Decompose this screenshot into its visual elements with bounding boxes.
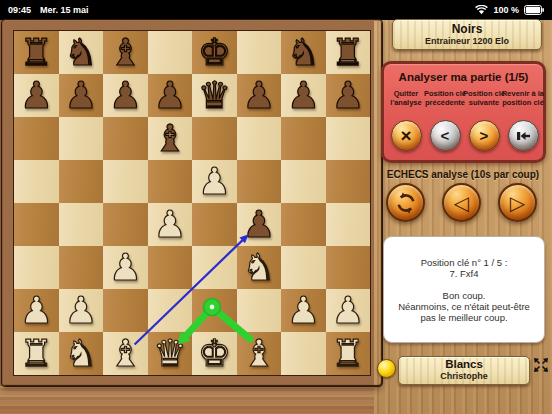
chevron-left-icon: < [441,128,450,143]
square-d6[interactable]: ♝ [148,117,193,160]
square-g1[interactable] [281,332,326,375]
square-c1[interactable]: ♝ [103,332,148,375]
square-b5[interactable] [59,160,104,203]
square-f1[interactable]: ♝ [237,332,282,375]
square-e6[interactable] [192,117,237,160]
quit-analysis-label: Quitter l'analyse [384,90,428,117]
square-b3[interactable] [59,246,104,289]
white-player-plaque: Blancs Christophe [398,356,530,385]
square-c7[interactable]: ♟ [103,74,148,117]
square-a1[interactable]: ♜ [14,332,59,375]
square-h2[interactable]: ♟ [326,289,371,332]
square-f6[interactable] [237,117,282,160]
square-e4[interactable] [192,203,237,246]
piece-black-pawn[interactable]: ♟ [59,74,104,117]
square-h1[interactable]: ♜ [326,332,371,375]
piece-black-pawn[interactable]: ♟ [237,203,282,246]
return-to-key-position-button[interactable] [508,120,539,151]
square-h6[interactable] [326,117,371,160]
close-icon: × [400,128,411,143]
piece-black-pawn[interactable]: ♟ [103,74,148,117]
previous-key-position-label: Position clé précédente [423,90,467,117]
message-line: 7. Fxf4 [390,268,538,279]
square-a6[interactable] [14,117,59,160]
square-e8[interactable]: ♚ [192,31,237,74]
piece-black-pawn[interactable]: ♟ [326,74,371,117]
next-key-position-label: Position clé suivante [462,90,506,117]
piece-black-knight[interactable]: ♞ [59,31,104,74]
square-b1[interactable]: ♞ [59,332,104,375]
square-h7[interactable]: ♟ [326,74,371,117]
piece-white-bishop[interactable]: ♝ [237,332,282,375]
piece-white-pawn[interactable]: ♟ [103,246,148,289]
square-g7[interactable]: ♟ [281,74,326,117]
return-to-position-icon [516,130,531,142]
bottom-plank-background [0,386,374,414]
black-player-plaque: Noirs Entraineur 1200 Elo [392,19,542,50]
reanalyze-button[interactable] [386,183,425,222]
analysis-panel: Analyser ma partie (1/5) Quitter l'analy… [381,61,546,163]
square-e5[interactable]: ♟ [192,160,237,203]
square-d1[interactable]: ♛ [148,332,193,375]
square-b4[interactable] [59,203,104,246]
square-f5[interactable] [237,160,282,203]
battery-percent: 100 % [493,5,519,15]
piece-black-pawn[interactable]: ♟ [237,74,282,117]
piece-white-pawn[interactable]: ♟ [148,203,193,246]
message-line: pas le meilleur coup. [390,312,538,323]
piece-black-rook[interactable]: ♜ [14,31,59,74]
piece-black-pawn[interactable]: ♟ [148,74,193,117]
square-b8[interactable]: ♞ [59,31,104,74]
square-d5[interactable] [148,160,193,203]
square-c4[interactable] [103,203,148,246]
piece-white-knight[interactable]: ♞ [237,246,282,289]
square-c6[interactable] [103,117,148,160]
square-f3[interactable]: ♞ [237,246,282,289]
triangle-right-icon: ▷ [510,191,525,215]
piece-white-queen[interactable]: ♛ [148,332,193,375]
piece-white-pawn[interactable]: ♟ [192,160,237,203]
board[interactable]: ♜♞♝♚♞♜♟♟♟♟♛♟♟♟♝♟♟♟♟♞♟♟♟♟♜♞♝♛♚♝♜ [14,31,370,375]
piece-white-pawn[interactable]: ♟ [281,289,326,332]
square-g8[interactable]: ♞ [281,31,326,74]
next-key-position-button[interactable]: > [469,120,500,151]
square-b2[interactable]: ♟ [59,289,104,332]
refresh-icon [394,191,418,215]
piece-black-knight[interactable]: ♞ [281,31,326,74]
square-a5[interactable] [14,160,59,203]
square-f2[interactable] [237,289,282,332]
piece-black-pawn[interactable]: ♟ [14,74,59,117]
piece-black-bishop[interactable]: ♝ [103,31,148,74]
square-d8[interactable] [148,31,193,74]
square-h4[interactable] [326,203,371,246]
piece-white-pawn[interactable]: ♟ [14,289,59,332]
square-g2[interactable]: ♟ [281,289,326,332]
square-d7[interactable]: ♟ [148,74,193,117]
piece-white-pawn[interactable]: ♟ [59,289,104,332]
fullscreen-expand-icon[interactable] [533,357,549,373]
piece-white-bishop[interactable]: ♝ [103,332,148,375]
square-f4[interactable]: ♟ [237,203,282,246]
step-back-button[interactable]: ◁ [442,183,481,222]
message-line: Néanmoins, ce n'était peut-être [390,301,538,312]
square-e7[interactable]: ♛ [192,74,237,117]
message-line [390,279,538,290]
triangle-left-icon: ◁ [454,191,469,215]
clock-time: 09:45 [8,5,31,15]
square-h8[interactable]: ♜ [326,31,371,74]
square-g4[interactable] [281,203,326,246]
status-bar: 09:45 Mer. 15 mai 100 % [0,0,552,20]
square-e1[interactable]: ♚ [192,332,237,375]
square-c8[interactable]: ♝ [103,31,148,74]
chevron-right-icon: > [480,128,489,143]
date-label: Mer. 15 mai [40,5,89,15]
square-f8[interactable] [237,31,282,74]
square-a7[interactable]: ♟ [14,74,59,117]
return-to-key-position-label: Revenir à la position clé [501,90,545,117]
wifi-icon [475,5,488,15]
square-d4[interactable]: ♟ [148,203,193,246]
step-forward-button[interactable]: ▷ [498,183,537,222]
white-player-title: Blancs [399,358,529,371]
square-b7[interactable]: ♟ [59,74,104,117]
square-d2[interactable] [148,289,193,332]
white-player-subtitle: Christophe [399,371,529,381]
message-line: Position clé n° 1 / 5 : [390,257,538,268]
square-b6[interactable] [59,117,104,160]
piece-white-king[interactable]: ♚ [192,332,237,375]
square-g3[interactable] [281,246,326,289]
square-c2[interactable] [103,289,148,332]
piece-white-pawn[interactable]: ♟ [326,289,371,332]
square-e3[interactable] [192,246,237,289]
analysis-title: Analyser ma partie (1/5) [384,71,543,83]
message-line: Bon coup. [390,290,538,301]
square-a2[interactable]: ♟ [14,289,59,332]
black-player-subtitle: Entraineur 1200 Elo [393,36,541,46]
piece-black-pawn[interactable]: ♟ [281,74,326,117]
coach-message-box: Position clé n° 1 / 5 : 7. Fxf4 Bon coup… [383,236,545,343]
quit-analysis-button[interactable]: × [391,120,422,151]
piece-white-rook[interactable]: ♜ [326,332,371,375]
engine-status-label: ECHECS analyse (10s par coup) [374,169,552,180]
square-h3[interactable] [326,246,371,289]
piece-black-bishop[interactable]: ♝ [148,117,193,160]
battery-icon [524,5,544,15]
square-g5[interactable] [281,160,326,203]
square-d3[interactable] [148,246,193,289]
square-h5[interactable] [326,160,371,203]
square-f7[interactable]: ♟ [237,74,282,117]
square-c5[interactable] [103,160,148,203]
square-a3[interactable] [14,246,59,289]
piece-white-rook[interactable]: ♜ [14,332,59,375]
piece-white-knight[interactable]: ♞ [59,332,104,375]
piece-black-king[interactable]: ♚ [192,31,237,74]
square-a4[interactable] [14,203,59,246]
piece-black-queen[interactable]: ♛ [192,74,237,117]
previous-key-position-button[interactable]: < [430,120,461,151]
square-e2[interactable] [192,289,237,332]
square-c3[interactable]: ♟ [103,246,148,289]
square-g6[interactable] [281,117,326,160]
square-a8[interactable]: ♜ [14,31,59,74]
turn-indicator [377,359,396,378]
black-player-title: Noirs [393,22,541,36]
piece-black-rook[interactable]: ♜ [326,31,371,74]
